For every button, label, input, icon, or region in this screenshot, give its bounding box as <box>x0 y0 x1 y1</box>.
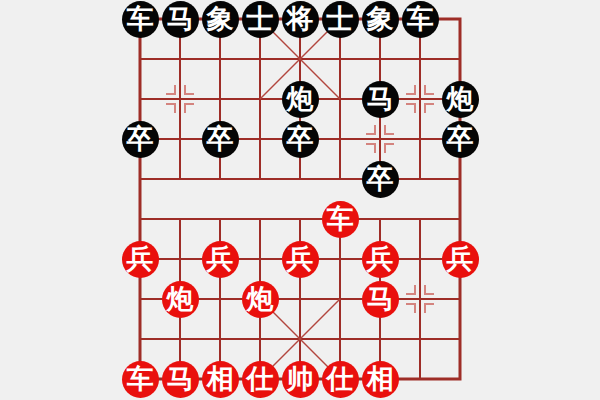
piece-red-soldier[interactable]: 兵 <box>442 241 479 278</box>
piece-black-chariot[interactable]: 车 <box>122 1 159 38</box>
piece-red-soldier[interactable]: 兵 <box>122 241 159 278</box>
piece-red-cannon[interactable]: 炮 <box>242 281 279 318</box>
piece-black-elephant[interactable]: 象 <box>362 1 399 38</box>
piece-red-soldier[interactable]: 兵 <box>362 241 399 278</box>
piece-black-soldier[interactable]: 卒 <box>442 121 479 158</box>
board-intersections[interactable]: 车马象士将士象车炮马炮卒卒卒卒卒车兵兵兵兵兵炮炮马车马相仕帅仕相 <box>120 0 480 399</box>
piece-red-cannon[interactable]: 炮 <box>162 281 199 318</box>
piece-red-elephant[interactable]: 相 <box>202 361 239 398</box>
piece-red-soldier[interactable]: 兵 <box>282 241 319 278</box>
piece-red-chariot[interactable]: 车 <box>122 361 159 398</box>
piece-red-advisor[interactable]: 仕 <box>322 361 359 398</box>
piece-black-elephant[interactable]: 象 <box>202 1 239 38</box>
piece-black-horse[interactable]: 马 <box>162 1 199 38</box>
piece-black-soldier[interactable]: 卒 <box>282 121 319 158</box>
piece-black-cannon[interactable]: 炮 <box>442 81 479 118</box>
piece-black-cannon[interactable]: 炮 <box>282 81 319 118</box>
piece-red-horse[interactable]: 马 <box>362 281 399 318</box>
piece-black-horse[interactable]: 马 <box>362 81 399 118</box>
piece-red-advisor[interactable]: 仕 <box>242 361 279 398</box>
piece-black-soldier[interactable]: 卒 <box>122 121 159 158</box>
piece-red-general[interactable]: 帅 <box>282 361 319 398</box>
piece-black-soldier[interactable]: 卒 <box>202 121 239 158</box>
piece-black-advisor[interactable]: 士 <box>322 1 359 38</box>
piece-red-elephant[interactable]: 相 <box>362 361 399 398</box>
piece-red-chariot[interactable]: 车 <box>322 201 359 238</box>
piece-black-soldier[interactable]: 卒 <box>362 161 399 198</box>
piece-red-soldier[interactable]: 兵 <box>202 241 239 278</box>
xiangqi-board: 车马象士将士象车炮马炮卒卒卒卒卒车兵兵兵兵兵炮炮马车马相仕帅仕相 <box>0 0 600 400</box>
piece-black-advisor[interactable]: 士 <box>242 1 279 38</box>
piece-black-chariot[interactable]: 车 <box>402 1 439 38</box>
piece-red-horse[interactable]: 马 <box>162 361 199 398</box>
piece-black-general[interactable]: 将 <box>282 1 319 38</box>
